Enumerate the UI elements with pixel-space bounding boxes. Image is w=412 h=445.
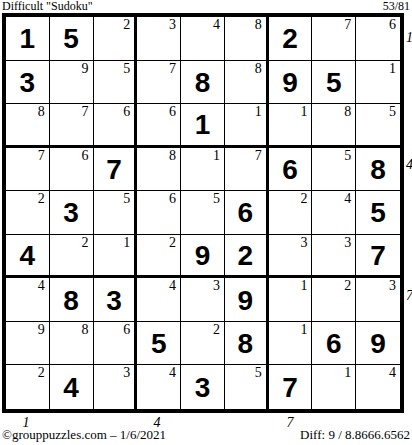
cell-r3c4[interactable]: 6 — [137, 104, 181, 148]
given-digit: 5 — [63, 23, 79, 53]
pencil-mark: 6 — [123, 323, 130, 337]
given-digit: 9 — [195, 240, 211, 270]
pencil-mark: 5 — [123, 192, 130, 206]
pencil-mark: 1 — [300, 279, 307, 293]
puzzle-title: Difficult "Sudoku" — [2, 0, 93, 12]
cell-r4c2[interactable]: 6 — [50, 148, 94, 192]
given-digit: 6 — [282, 154, 298, 184]
pencil-mark: 1 — [389, 62, 396, 76]
cell-r2c9[interactable]: 1 — [356, 61, 400, 105]
given-digit: 5 — [370, 197, 386, 227]
cell-r2c2[interactable]: 9 — [50, 61, 94, 105]
cell-r8c8[interactable]: 6 — [312, 322, 356, 366]
cell-r9c3[interactable]: 3 — [94, 365, 138, 409]
cell-r3c9[interactable]: 5 — [356, 104, 400, 148]
cell-r7c8[interactable]: 2 — [312, 278, 356, 322]
pencil-mark: 5 — [389, 105, 396, 119]
cell-r2c3[interactable]: 5 — [94, 61, 138, 105]
cell-r2c7[interactable]: 9 — [269, 61, 313, 105]
pencil-mark: 1 — [255, 105, 262, 119]
given-digit: 3 — [63, 197, 79, 227]
cell-r9c4[interactable]: 4 — [137, 365, 181, 409]
cell-r2c5[interactable]: 8 — [181, 61, 225, 105]
cell-r4c5[interactable]: 1 — [181, 148, 225, 192]
cell-r4c8[interactable]: 5 — [312, 148, 356, 192]
pencil-mark: 4 — [213, 18, 220, 32]
row-label-7: 7 — [406, 289, 412, 303]
given-digit: 4 — [63, 372, 79, 402]
pencil-mark: 6 — [169, 105, 176, 119]
cell-r4c3[interactable]: 7 — [94, 148, 138, 192]
cell-r5c9[interactable]: 5 — [356, 191, 400, 235]
difficulty-text: Diff: 9 / 8.8666.6562 — [300, 428, 410, 442]
given-digit: 7 — [282, 372, 298, 402]
cell-r6c8[interactable]: 3 — [312, 235, 356, 279]
pencil-mark: 3 — [123, 366, 130, 380]
cell-r4c4[interactable]: 8 — [137, 148, 181, 192]
cell-r1c2[interactable]: 5 — [50, 17, 94, 61]
cell-r2c4[interactable]: 7 — [137, 61, 181, 105]
pencil-mark: 7 — [169, 62, 176, 76]
pencil-mark: 8 — [255, 62, 262, 76]
cell-r5c4[interactable]: 6 — [137, 191, 181, 235]
cell-r2c1[interactable]: 3 — [6, 61, 50, 105]
given-digit: 5 — [151, 328, 167, 358]
cell-r5c6[interactable]: 6 — [225, 191, 269, 235]
cell-r9c6[interactable]: 5 — [225, 365, 269, 409]
pencil-mark: 5 — [344, 149, 351, 163]
pencil-mark: 6 — [123, 105, 130, 119]
sudoku-board: 1523482763957889518766111857678176582356… — [2, 13, 404, 413]
sudoku-page: Difficult "Sudoku" 53/81 152348276395788… — [0, 0, 412, 445]
pencil-mark: 4 — [38, 279, 45, 293]
cell-r3c8[interactable]: 8 — [312, 104, 356, 148]
pencil-mark: 2 — [344, 279, 351, 293]
cell-r7c9[interactable]: 3 — [356, 278, 400, 322]
pencil-mark: 1 — [213, 149, 220, 163]
pencil-mark: 9 — [38, 323, 45, 337]
cell-r7c5[interactable]: 3 — [181, 278, 225, 322]
cell-r6c2[interactable]: 2 — [50, 235, 94, 279]
progress-counter: 53/81 — [383, 0, 410, 12]
footer: ©grouppuzzles.com – 1/6/2021 Diff: 9 / 8… — [2, 428, 410, 442]
pencil-mark: 4 — [169, 279, 176, 293]
given-digit: 3 — [20, 67, 36, 97]
cell-r4c6[interactable]: 7 — [225, 148, 269, 192]
cell-r8c9[interactable]: 9 — [356, 322, 400, 366]
cell-r7c4[interactable]: 4 — [137, 278, 181, 322]
cell-r8c2[interactable]: 8 — [50, 322, 94, 366]
pencil-mark: 9 — [82, 62, 89, 76]
given-digit: 2 — [237, 240, 253, 270]
given-digit: 9 — [237, 285, 253, 315]
cell-r8c1[interactable]: 9 — [6, 322, 50, 366]
pencil-mark: 5 — [255, 366, 262, 380]
pencil-mark: 6 — [169, 192, 176, 206]
cell-r8c5[interactable]: 2 — [181, 322, 225, 366]
pencil-mark: 2 — [82, 236, 89, 250]
pencil-mark: 2 — [169, 236, 176, 250]
cell-r9c5[interactable]: 3 — [181, 365, 225, 409]
given-digit: 8 — [63, 285, 79, 315]
cell-r8c3[interactable]: 6 — [94, 322, 138, 366]
pencil-mark: 3 — [389, 279, 396, 293]
given-digit: 2 — [282, 23, 298, 53]
cell-r9c8[interactable]: 1 — [312, 365, 356, 409]
cell-r5c7[interactable]: 2 — [269, 191, 313, 235]
pencil-mark: 2 — [38, 192, 45, 206]
cell-r7c1[interactable]: 4 — [6, 278, 50, 322]
given-digit: 3 — [195, 372, 211, 402]
pencil-mark: 3 — [169, 18, 176, 32]
pencil-mark: 4 — [389, 366, 396, 380]
cell-r1c9[interactable]: 6 — [356, 17, 400, 61]
pencil-mark: 7 — [255, 149, 262, 163]
pencil-mark: 7 — [82, 105, 89, 119]
cell-r1c5[interactable]: 4 — [181, 17, 225, 61]
given-digit: 1 — [20, 23, 36, 53]
cell-r9c2[interactable]: 4 — [50, 365, 94, 409]
cell-r6c3[interactable]: 1 — [94, 235, 138, 279]
cell-r1c1[interactable]: 1 — [6, 17, 50, 61]
cell-r4c7[interactable]: 6 — [269, 148, 313, 192]
cell-r7c6[interactable]: 9 — [225, 278, 269, 322]
pencil-mark: 4 — [344, 192, 351, 206]
cell-r7c7[interactable]: 1 — [269, 278, 313, 322]
given-digit: 8 — [195, 67, 211, 97]
pencil-mark: 6 — [389, 18, 396, 32]
pencil-mark: 3 — [344, 236, 351, 250]
pencil-mark: 8 — [255, 18, 262, 32]
pencil-mark: 1 — [123, 236, 130, 250]
given-digit: 4 — [20, 240, 36, 270]
pencil-mark: 5 — [213, 192, 220, 206]
pencil-mark: 8 — [344, 105, 351, 119]
pencil-mark: 8 — [38, 105, 45, 119]
cell-r9c9[interactable]: 4 — [356, 365, 400, 409]
given-digit: 9 — [282, 67, 298, 97]
given-digit: 1 — [195, 109, 211, 139]
pencil-mark: 8 — [82, 323, 89, 337]
pencil-mark: 1 — [344, 366, 351, 380]
pencil-mark: 3 — [300, 236, 307, 250]
copyright-text: ©grouppuzzles.com – 1/6/2021 — [2, 428, 166, 442]
cell-r8c7[interactable]: 1 — [269, 322, 313, 366]
row-label-1: 1 — [406, 31, 412, 45]
cell-r8c6[interactable]: 8 — [225, 322, 269, 366]
cell-r6c7[interactable]: 3 — [269, 235, 313, 279]
cell-r4c1[interactable]: 7 — [6, 148, 50, 192]
given-digit: 3 — [106, 285, 122, 315]
pencil-mark: 2 — [123, 18, 130, 32]
pencil-mark: 7 — [38, 149, 45, 163]
cell-r1c7[interactable]: 2 — [269, 17, 313, 61]
cell-r1c3[interactable]: 2 — [94, 17, 138, 61]
cell-r7c3[interactable]: 3 — [94, 278, 138, 322]
cell-r1c4[interactable]: 3 — [137, 17, 181, 61]
cell-r1c8[interactable]: 7 — [312, 17, 356, 61]
cell-r6c5[interactable]: 9 — [181, 235, 225, 279]
cell-r6c6[interactable]: 2 — [225, 235, 269, 279]
cell-r8c4[interactable]: 5 — [137, 322, 181, 366]
cell-r3c1[interactable]: 8 — [6, 104, 50, 148]
given-digit: 8 — [237, 328, 253, 358]
pencil-mark: 8 — [169, 149, 176, 163]
cell-r7c2[interactable]: 8 — [50, 278, 94, 322]
pencil-mark: 3 — [213, 279, 220, 293]
cell-r2c6[interactable]: 8 — [225, 61, 269, 105]
cell-r4c9[interactable]: 8 — [356, 148, 400, 192]
pencil-mark: 1 — [300, 105, 307, 119]
cell-r1c6[interactable]: 8 — [225, 17, 269, 61]
cell-r3c6[interactable]: 1 — [225, 104, 269, 148]
pencil-mark: 4 — [169, 366, 176, 380]
cell-r5c1[interactable]: 2 — [6, 191, 50, 235]
cell-r3c2[interactable]: 7 — [50, 104, 94, 148]
header: Difficult "Sudoku" 53/81 — [2, 0, 410, 13]
cell-r5c3[interactable]: 5 — [94, 191, 138, 235]
pencil-mark: 2 — [38, 366, 45, 380]
given-digit: 9 — [370, 328, 386, 358]
cell-r3c5[interactable]: 1 — [181, 104, 225, 148]
cell-r9c7[interactable]: 7 — [269, 365, 313, 409]
row-label-4: 4 — [406, 158, 412, 172]
pencil-mark: 7 — [344, 18, 351, 32]
pencil-mark: 2 — [213, 323, 220, 337]
pencil-mark: 1 — [300, 323, 307, 337]
cell-r2c8[interactable]: 5 — [312, 61, 356, 105]
pencil-mark: 2 — [300, 192, 307, 206]
given-digit: 7 — [370, 240, 386, 270]
given-digit: 7 — [106, 154, 122, 184]
cell-r6c1[interactable]: 4 — [6, 235, 50, 279]
given-digit: 8 — [370, 154, 386, 184]
cell-r6c9[interactable]: 7 — [356, 235, 400, 279]
given-digit: 6 — [237, 197, 253, 227]
cell-r6c4[interactable]: 2 — [137, 235, 181, 279]
given-digit: 6 — [326, 328, 342, 358]
cell-r3c3[interactable]: 6 — [94, 104, 138, 148]
pencil-mark: 6 — [82, 149, 89, 163]
cell-r9c1[interactable]: 2 — [6, 365, 50, 409]
pencil-mark: 5 — [123, 62, 130, 76]
cell-r5c8[interactable]: 4 — [312, 191, 356, 235]
given-digit: 5 — [326, 67, 342, 97]
cell-r5c2[interactable]: 3 — [50, 191, 94, 235]
cell-r5c5[interactable]: 5 — [181, 191, 225, 235]
cell-r3c7[interactable]: 1 — [269, 104, 313, 148]
